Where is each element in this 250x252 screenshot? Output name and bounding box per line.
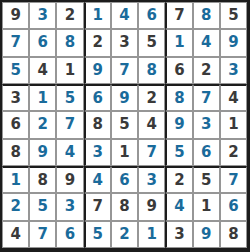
cell-r2c8[interactable]: 4 bbox=[193, 29, 220, 56]
cell-r4c9[interactable]: 4 bbox=[220, 84, 247, 111]
cell-r3c6[interactable]: 8 bbox=[138, 57, 165, 84]
cell-r6c6[interactable]: 7 bbox=[138, 139, 165, 166]
cell-r4c5[interactable]: 9 bbox=[111, 84, 138, 111]
cell-r7c5[interactable]: 6 bbox=[111, 166, 138, 193]
cell-r7c9[interactable]: 7 bbox=[220, 166, 247, 193]
cell-r6c5[interactable]: 1 bbox=[111, 139, 138, 166]
cell-r9c7[interactable]: 3 bbox=[165, 221, 192, 248]
cell-r1c7[interactable]: 7 bbox=[165, 2, 192, 29]
cell-r7c3[interactable]: 9 bbox=[56, 166, 83, 193]
cell-r2c5[interactable]: 3 bbox=[111, 29, 138, 56]
cell-r8c2[interactable]: 5 bbox=[29, 193, 56, 220]
cell-r7c4[interactable]: 4 bbox=[84, 166, 111, 193]
cell-r2c9[interactable]: 9 bbox=[220, 29, 247, 56]
cell-r5c2[interactable]: 2 bbox=[29, 111, 56, 138]
cell-r3c1[interactable]: 5 bbox=[2, 57, 29, 84]
cell-r1c8[interactable]: 8 bbox=[193, 2, 220, 29]
cell-r8c7[interactable]: 4 bbox=[165, 193, 192, 220]
sudoku-board: 9321467857682351495419786233156928746278… bbox=[0, 0, 250, 252]
cell-r3c7[interactable]: 6 bbox=[165, 57, 192, 84]
cell-r9c5[interactable]: 2 bbox=[111, 221, 138, 248]
cell-r2c1[interactable]: 7 bbox=[2, 29, 29, 56]
cell-r7c8[interactable]: 5 bbox=[193, 166, 220, 193]
cell-r6c1[interactable]: 8 bbox=[2, 139, 29, 166]
cell-r4c2[interactable]: 1 bbox=[29, 84, 56, 111]
cell-r6c3[interactable]: 4 bbox=[56, 139, 83, 166]
cell-r8c5[interactable]: 8 bbox=[111, 193, 138, 220]
cell-r2c2[interactable]: 6 bbox=[29, 29, 56, 56]
cell-r9c4[interactable]: 5 bbox=[84, 221, 111, 248]
cell-r2c4[interactable]: 2 bbox=[84, 29, 111, 56]
cell-r9c2[interactable]: 7 bbox=[29, 221, 56, 248]
cell-r1c6[interactable]: 6 bbox=[138, 2, 165, 29]
cell-r1c4[interactable]: 1 bbox=[84, 2, 111, 29]
cell-r1c3[interactable]: 2 bbox=[56, 2, 83, 29]
cell-r5c3[interactable]: 7 bbox=[56, 111, 83, 138]
cell-r6c4[interactable]: 3 bbox=[84, 139, 111, 166]
cell-r2c6[interactable]: 5 bbox=[138, 29, 165, 56]
cell-r4c4[interactable]: 6 bbox=[84, 84, 111, 111]
cell-r6c2[interactable]: 9 bbox=[29, 139, 56, 166]
cell-r3c8[interactable]: 2 bbox=[193, 57, 220, 84]
cell-r1c1[interactable]: 9 bbox=[2, 2, 29, 29]
sudoku-app: 9321467857682351495419786233156928746278… bbox=[0, 0, 250, 252]
cell-r4c6[interactable]: 2 bbox=[138, 84, 165, 111]
cell-r4c8[interactable]: 7 bbox=[193, 84, 220, 111]
cell-r4c7[interactable]: 8 bbox=[165, 84, 192, 111]
cell-r5c6[interactable]: 4 bbox=[138, 111, 165, 138]
cell-r7c2[interactable]: 8 bbox=[29, 166, 56, 193]
cell-r3c5[interactable]: 7 bbox=[111, 57, 138, 84]
cell-r6c9[interactable]: 2 bbox=[220, 139, 247, 166]
cell-r8c3[interactable]: 3 bbox=[56, 193, 83, 220]
cell-r5c5[interactable]: 5 bbox=[111, 111, 138, 138]
cell-r8c4[interactable]: 7 bbox=[84, 193, 111, 220]
cell-r8c9[interactable]: 6 bbox=[220, 193, 247, 220]
cell-r8c1[interactable]: 2 bbox=[2, 193, 29, 220]
cell-r9c3[interactable]: 6 bbox=[56, 221, 83, 248]
cell-r5c8[interactable]: 3 bbox=[193, 111, 220, 138]
cell-r8c8[interactable]: 1 bbox=[193, 193, 220, 220]
cell-r5c7[interactable]: 9 bbox=[165, 111, 192, 138]
cell-r7c1[interactable]: 1 bbox=[2, 166, 29, 193]
cell-r7c6[interactable]: 3 bbox=[138, 166, 165, 193]
cell-r2c7[interactable]: 1 bbox=[165, 29, 192, 56]
cell-r9c8[interactable]: 9 bbox=[193, 221, 220, 248]
cell-r5c9[interactable]: 1 bbox=[220, 111, 247, 138]
cell-r5c1[interactable]: 6 bbox=[2, 111, 29, 138]
cell-r9c9[interactable]: 8 bbox=[220, 221, 247, 248]
cell-r6c7[interactable]: 5 bbox=[165, 139, 192, 166]
cell-r1c2[interactable]: 3 bbox=[29, 2, 56, 29]
cell-r1c9[interactable]: 5 bbox=[220, 2, 247, 29]
cell-r8c6[interactable]: 9 bbox=[138, 193, 165, 220]
cell-r3c9[interactable]: 3 bbox=[220, 57, 247, 84]
cell-r7c7[interactable]: 2 bbox=[165, 166, 192, 193]
cell-r3c2[interactable]: 4 bbox=[29, 57, 56, 84]
cell-r1c5[interactable]: 4 bbox=[111, 2, 138, 29]
cell-r9c6[interactable]: 1 bbox=[138, 221, 165, 248]
cell-r6c8[interactable]: 6 bbox=[193, 139, 220, 166]
cell-r4c1[interactable]: 3 bbox=[2, 84, 29, 111]
cell-r9c1[interactable]: 4 bbox=[2, 221, 29, 248]
cell-r3c3[interactable]: 1 bbox=[56, 57, 83, 84]
cell-r3c4[interactable]: 9 bbox=[84, 57, 111, 84]
cell-r2c3[interactable]: 8 bbox=[56, 29, 83, 56]
cell-r4c3[interactable]: 5 bbox=[56, 84, 83, 111]
cell-r5c4[interactable]: 8 bbox=[84, 111, 111, 138]
